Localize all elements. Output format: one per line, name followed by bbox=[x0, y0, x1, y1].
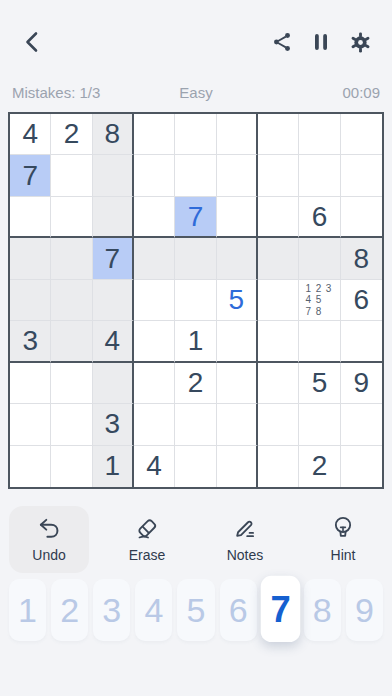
cell-r8c8[interactable] bbox=[299, 404, 340, 445]
cell-r9c8[interactable]: 2 bbox=[299, 446, 340, 487]
erase-button[interactable]: Erase bbox=[107, 506, 187, 573]
cell-r7c6[interactable] bbox=[217, 363, 258, 404]
cell-r6c9[interactable] bbox=[341, 321, 382, 362]
cell-r5c6[interactable]: 5 bbox=[217, 280, 258, 321]
cell-r5c8[interactable]: 1234578 bbox=[299, 280, 340, 321]
cell-r6c8[interactable] bbox=[299, 321, 340, 362]
cell-r4c6[interactable] bbox=[217, 238, 258, 279]
cell-r4c2[interactable] bbox=[51, 238, 92, 279]
erase-label: Erase bbox=[129, 547, 166, 563]
numpad-key-5[interactable]: 5 bbox=[177, 579, 214, 641]
cell-r2c1[interactable]: 7 bbox=[10, 155, 51, 196]
cell-r7c5[interactable]: 2 bbox=[175, 363, 216, 404]
cell-r6c3[interactable]: 4 bbox=[93, 321, 134, 362]
cell-r4c8[interactable] bbox=[299, 238, 340, 279]
numpad-key-7[interactable]: 7 bbox=[260, 576, 300, 642]
cell-r3c6[interactable] bbox=[217, 197, 258, 238]
cell-r7c4[interactable] bbox=[134, 363, 175, 404]
cell-r7c8[interactable]: 5 bbox=[299, 363, 340, 404]
cell-r1c3[interactable]: 8 bbox=[93, 114, 134, 155]
cell-r2c5[interactable] bbox=[175, 155, 216, 196]
cell-r8c1[interactable] bbox=[10, 404, 51, 445]
cell-r8c2[interactable] bbox=[51, 404, 92, 445]
back-button[interactable] bbox=[20, 29, 46, 55]
cell-r2c4[interactable] bbox=[134, 155, 175, 196]
cell-r3c8[interactable]: 6 bbox=[299, 197, 340, 238]
cell-r3c9[interactable] bbox=[341, 197, 382, 238]
cell-r3c5[interactable]: 7 bbox=[175, 197, 216, 238]
cell-r5c3[interactable] bbox=[93, 280, 134, 321]
cell-r9c2[interactable] bbox=[51, 446, 92, 487]
cell-r2c7[interactable] bbox=[258, 155, 299, 196]
cell-r7c3[interactable] bbox=[93, 363, 134, 404]
cell-r4c3[interactable]: 7 bbox=[93, 238, 134, 279]
cell-r6c7[interactable] bbox=[258, 321, 299, 362]
cell-r6c2[interactable] bbox=[51, 321, 92, 362]
cell-r2c8[interactable] bbox=[299, 155, 340, 196]
numpad-key-3[interactable]: 3 bbox=[93, 579, 130, 641]
cell-r5c1[interactable] bbox=[10, 280, 51, 321]
cell-r5c7[interactable] bbox=[258, 280, 299, 321]
numpad-key-2[interactable]: 2 bbox=[51, 579, 88, 641]
cell-r1c2[interactable]: 2 bbox=[51, 114, 92, 155]
top-bar bbox=[0, 0, 392, 58]
cell-r9c5[interactable] bbox=[175, 446, 216, 487]
notes-label: Notes bbox=[227, 547, 264, 563]
cell-r3c2[interactable] bbox=[51, 197, 92, 238]
status-bar: Mistakes: 1/3 Easy 00:09 bbox=[12, 82, 380, 102]
cell-r1c6[interactable] bbox=[217, 114, 258, 155]
eraser-icon bbox=[134, 515, 160, 541]
cell-r3c4[interactable] bbox=[134, 197, 175, 238]
cell-r1c4[interactable] bbox=[134, 114, 175, 155]
cell-r5c4[interactable] bbox=[134, 280, 175, 321]
cell-r7c9[interactable]: 9 bbox=[341, 363, 382, 404]
cell-r2c9[interactable] bbox=[341, 155, 382, 196]
cell-r1c8[interactable] bbox=[299, 114, 340, 155]
settings-button[interactable] bbox=[349, 31, 372, 54]
cell-r1c7[interactable] bbox=[258, 114, 299, 155]
cell-r4c7[interactable] bbox=[258, 238, 299, 279]
pencil-icon bbox=[232, 515, 258, 541]
cell-r9c4[interactable]: 4 bbox=[134, 446, 175, 487]
cell-r9c1[interactable] bbox=[10, 446, 51, 487]
numpad-key-6[interactable]: 6 bbox=[220, 579, 257, 641]
hint-label: Hint bbox=[331, 547, 356, 563]
chevron-left-icon bbox=[20, 29, 46, 55]
cell-r4c1[interactable] bbox=[10, 238, 51, 279]
timer: 00:09 bbox=[257, 84, 380, 101]
pause-icon bbox=[311, 31, 331, 53]
cell-r4c5[interactable] bbox=[175, 238, 216, 279]
cell-r4c9[interactable]: 8 bbox=[341, 238, 382, 279]
cell-r6c5[interactable]: 1 bbox=[175, 321, 216, 362]
cell-r8c4[interactable] bbox=[134, 404, 175, 445]
cell-r3c7[interactable] bbox=[258, 197, 299, 238]
cell-r6c1[interactable]: 3 bbox=[10, 321, 51, 362]
numpad-key-8[interactable]: 8 bbox=[304, 579, 341, 641]
undo-arrow-icon bbox=[36, 515, 62, 541]
cell-r3c3[interactable] bbox=[93, 197, 134, 238]
hint-button[interactable]: Hint bbox=[303, 506, 383, 573]
pause-button[interactable] bbox=[311, 31, 331, 53]
mistakes-counter: Mistakes: 1/3 bbox=[12, 84, 135, 101]
cell-r3c1[interactable] bbox=[10, 197, 51, 238]
undo-label: Undo bbox=[32, 547, 65, 563]
undo-button[interactable]: Undo bbox=[9, 506, 89, 573]
numpad-key-4[interactable]: 4 bbox=[135, 579, 172, 641]
cell-r1c1[interactable]: 4 bbox=[10, 114, 51, 155]
cell-r9c9[interactable] bbox=[341, 446, 382, 487]
cell-r4c4[interactable] bbox=[134, 238, 175, 279]
gear-icon bbox=[349, 31, 372, 54]
sudoku-board: 428776785123457863412593142 bbox=[8, 112, 384, 489]
cell-r7c2[interactable] bbox=[51, 363, 92, 404]
cell-r2c2[interactable] bbox=[51, 155, 92, 196]
cell-r1c5[interactable] bbox=[175, 114, 216, 155]
number-pad: 123456789 bbox=[9, 579, 383, 641]
pencil-notes: 1234578 bbox=[299, 280, 339, 320]
notes-button[interactable]: Notes bbox=[205, 506, 285, 573]
header-actions bbox=[271, 31, 372, 54]
cell-r1c9[interactable] bbox=[341, 114, 382, 155]
difficulty-label: Easy bbox=[135, 84, 258, 101]
numpad-key-9[interactable]: 9 bbox=[346, 579, 383, 641]
cell-r9c6[interactable] bbox=[217, 446, 258, 487]
cell-r5c5[interactable] bbox=[175, 280, 216, 321]
cell-r7c1[interactable] bbox=[10, 363, 51, 404]
share-icon bbox=[271, 31, 293, 53]
cell-r9c7[interactable] bbox=[258, 446, 299, 487]
cell-r6c6[interactable] bbox=[217, 321, 258, 362]
cell-r9c3[interactable]: 1 bbox=[93, 446, 134, 487]
share-button[interactable] bbox=[271, 31, 293, 53]
numpad-key-1[interactable]: 1 bbox=[9, 579, 46, 641]
tool-bar: Undo Erase Notes bbox=[0, 506, 392, 573]
cell-r5c2[interactable] bbox=[51, 280, 92, 321]
cell-r8c6[interactable] bbox=[217, 404, 258, 445]
cell-r6c4[interactable] bbox=[134, 321, 175, 362]
cell-r8c5[interactable] bbox=[175, 404, 216, 445]
cell-r8c3[interactable]: 3 bbox=[93, 404, 134, 445]
cell-r2c6[interactable] bbox=[217, 155, 258, 196]
cell-r5c9[interactable]: 6 bbox=[341, 280, 382, 321]
lightbulb-icon bbox=[330, 515, 356, 541]
cell-r7c7[interactable] bbox=[258, 363, 299, 404]
cell-r8c7[interactable] bbox=[258, 404, 299, 445]
cell-r2c3[interactable] bbox=[93, 155, 134, 196]
cell-r8c9[interactable] bbox=[341, 404, 382, 445]
